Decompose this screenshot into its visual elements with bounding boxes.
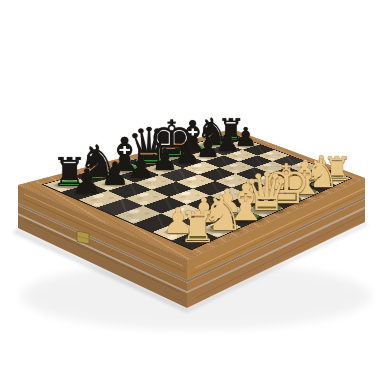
chess-set-product-photo: ♜♞♟♝♟♟♚♟♛♟♝♟♟♞♜♟♟♜♞♟♟♝♟♚♟♛♟♝♟♞♟♜: [0, 0, 380, 380]
